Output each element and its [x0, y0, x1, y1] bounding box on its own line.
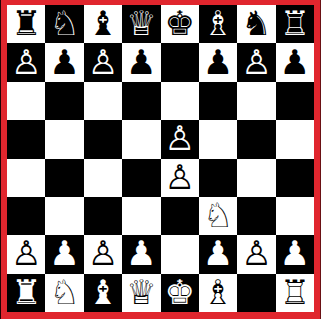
piece-black-knight[interactable]: ♞: [241, 6, 271, 40]
piece-black-pawn[interactable]: ♟: [280, 45, 310, 79]
square-c5[interactable]: [84, 120, 122, 158]
piece-white-pawn[interactable]: ♟: [126, 236, 156, 270]
square-e6[interactable]: [161, 82, 199, 120]
square-f6[interactable]: [199, 82, 237, 120]
square-e7[interactable]: [161, 43, 199, 81]
square-c3[interactable]: [84, 197, 122, 235]
piece-white-pawn[interactable]: ♙: [241, 236, 271, 270]
square-a8[interactable]: ♜: [7, 5, 45, 43]
square-f5[interactable]: [199, 120, 237, 158]
square-h2[interactable]: ♟: [276, 235, 314, 273]
square-d3[interactable]: [122, 197, 160, 235]
square-g5[interactable]: [237, 120, 275, 158]
square-g8[interactable]: ♞: [237, 5, 275, 43]
square-e3[interactable]: [161, 197, 199, 235]
square-d1[interactable]: ♕: [122, 274, 160, 312]
square-e1[interactable]: ♚: [161, 274, 199, 312]
piece-white-pawn[interactable]: ♟: [203, 236, 233, 270]
piece-white-knight[interactable]: ♘: [49, 275, 79, 309]
piece-black-pawn[interactable]: ♟: [203, 45, 233, 79]
square-b8[interactable]: ♘: [45, 5, 83, 43]
piece-white-pawn[interactable]: ♟: [49, 236, 79, 270]
piece-white-knight[interactable]: ♘: [203, 198, 233, 232]
square-f7[interactable]: ♟: [199, 43, 237, 81]
square-f2[interactable]: ♟: [199, 235, 237, 273]
square-a5[interactable]: [7, 120, 45, 158]
square-f8[interactable]: ♗: [199, 5, 237, 43]
square-h1[interactable]: ♖: [276, 274, 314, 312]
square-e5[interactable]: ♙: [161, 120, 199, 158]
piece-black-pawn[interactable]: ♙: [88, 45, 118, 79]
square-g7[interactable]: ♙: [237, 43, 275, 81]
square-b3[interactable]: [45, 197, 83, 235]
square-h8[interactable]: ♖: [276, 5, 314, 43]
square-d6[interactable]: [122, 82, 160, 120]
square-e8[interactable]: ♚: [161, 5, 199, 43]
piece-white-pawn[interactable]: ♙: [11, 236, 41, 270]
square-b5[interactable]: [45, 120, 83, 158]
square-c8[interactable]: ♝: [84, 5, 122, 43]
square-e4[interactable]: ♙: [161, 159, 199, 197]
square-d2[interactable]: ♟: [122, 235, 160, 273]
square-b2[interactable]: ♟: [45, 235, 83, 273]
square-b4[interactable]: [45, 159, 83, 197]
piece-white-pawn[interactable]: ♙: [164, 160, 194, 194]
piece-white-queen[interactable]: ♕: [126, 275, 156, 309]
piece-white-rook[interactable]: ♜: [11, 275, 41, 309]
square-a6[interactable]: [7, 82, 45, 120]
square-d7[interactable]: ♟: [122, 43, 160, 81]
piece-white-bishop[interactable]: ♗: [203, 275, 233, 309]
piece-white-pawn[interactable]: ♙: [88, 236, 118, 270]
piece-white-king[interactable]: ♚: [164, 275, 194, 309]
piece-black-pawn[interactable]: ♟: [49, 45, 79, 79]
square-g3[interactable]: [237, 197, 275, 235]
chess-board: ♜♘♝♕♚♗♞♖♙♟♙♟♟♙♟♙♙♘♙♟♙♟♟♙♟♜♘♝♕♚♗♖: [7, 5, 314, 312]
square-d4[interactable]: [122, 159, 160, 197]
square-a3[interactable]: [7, 197, 45, 235]
square-h7[interactable]: ♟: [276, 43, 314, 81]
square-c7[interactable]: ♙: [84, 43, 122, 81]
square-a4[interactable]: [7, 159, 45, 197]
square-c4[interactable]: [84, 159, 122, 197]
square-g4[interactable]: [237, 159, 275, 197]
piece-black-king[interactable]: ♚: [164, 6, 194, 40]
piece-white-rook[interactable]: ♖: [280, 275, 310, 309]
square-g2[interactable]: ♙: [237, 235, 275, 273]
square-d5[interactable]: [122, 120, 160, 158]
square-g6[interactable]: [237, 82, 275, 120]
piece-white-bishop[interactable]: ♝: [88, 275, 118, 309]
square-e2[interactable]: [161, 235, 199, 273]
square-f4[interactable]: [199, 159, 237, 197]
piece-black-knight[interactable]: ♘: [49, 6, 79, 40]
square-c6[interactable]: [84, 82, 122, 120]
piece-black-pawn[interactable]: ♙: [11, 45, 41, 79]
board-frame: ♜♘♝♕♚♗♞♖♙♟♙♟♟♙♟♙♙♘♙♟♙♟♟♙♟♜♘♝♕♚♗♖: [0, 0, 321, 319]
piece-black-bishop[interactable]: ♝: [88, 6, 118, 40]
square-b1[interactable]: ♘: [45, 274, 83, 312]
piece-black-queen[interactable]: ♕: [126, 6, 156, 40]
square-g1[interactable]: [237, 274, 275, 312]
square-d8[interactable]: ♕: [122, 5, 160, 43]
piece-white-pawn[interactable]: ♟: [280, 236, 310, 270]
square-c2[interactable]: ♙: [84, 235, 122, 273]
square-h4[interactable]: [276, 159, 314, 197]
square-a1[interactable]: ♜: [7, 274, 45, 312]
piece-black-pawn[interactable]: ♟: [126, 45, 156, 79]
square-c1[interactable]: ♝: [84, 274, 122, 312]
piece-black-rook[interactable]: ♖: [280, 6, 310, 40]
square-h5[interactable]: [276, 120, 314, 158]
square-a7[interactable]: ♙: [7, 43, 45, 81]
piece-black-bishop[interactable]: ♗: [203, 6, 233, 40]
square-h3[interactable]: [276, 197, 314, 235]
square-b6[interactable]: [45, 82, 83, 120]
piece-black-rook[interactable]: ♜: [11, 6, 41, 40]
piece-black-pawn[interactable]: ♙: [164, 121, 194, 155]
piece-black-pawn[interactable]: ♙: [241, 45, 271, 79]
square-f3[interactable]: ♘: [199, 197, 237, 235]
square-a2[interactable]: ♙: [7, 235, 45, 273]
square-b7[interactable]: ♟: [45, 43, 83, 81]
square-f1[interactable]: ♗: [199, 274, 237, 312]
square-h6[interactable]: [276, 82, 314, 120]
